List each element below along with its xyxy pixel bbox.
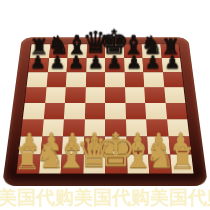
square-h1: ♜	[170, 155, 194, 174]
square-f5	[125, 87, 146, 103]
square-g1: ♞	[148, 155, 171, 174]
black-pawn-c7: ♟	[68, 55, 84, 72]
square-a4	[23, 103, 45, 119]
square-e2: ♟	[105, 137, 127, 155]
square-c3	[63, 119, 85, 136]
square-f6	[124, 72, 144, 87]
square-d6	[85, 72, 105, 87]
square-e1: ♚	[105, 155, 127, 174]
chess-board: ♜♞♝♛♚♝♞♜♟♟♟♟♟♟♟♟♟♟♟♟♟♟♟♟♜♞♝♛♚♝♞♜	[2, 37, 208, 186]
square-a8: ♜	[30, 44, 50, 58]
board-scene: ♜♞♝♛♚♝♞♜♟♟♟♟♟♟♟♟♟♟♟♟♟♟♟♟♜♞♝♛♚♝♞♜	[0, 0, 210, 210]
square-e4	[105, 103, 126, 119]
square-c5	[65, 87, 86, 103]
square-b2: ♟	[40, 137, 63, 155]
square-c2: ♟	[62, 137, 84, 155]
square-c1: ♝	[61, 155, 84, 174]
black-king-e8: ♚	[99, 26, 129, 58]
black-pawn-a7: ♟	[30, 55, 46, 72]
square-a5	[25, 87, 46, 103]
square-b6	[46, 72, 66, 87]
square-d3	[84, 119, 105, 136]
black-knight-b8: ♞	[47, 34, 69, 58]
square-e7: ♟	[105, 58, 124, 72]
black-pawn-h7: ♟	[164, 55, 180, 72]
black-pawn-g7: ♟	[145, 55, 161, 72]
square-a6	[27, 72, 48, 87]
black-pawn-b7: ♟	[49, 55, 65, 72]
square-g6	[143, 72, 163, 87]
square-e3	[105, 119, 126, 136]
square-d7: ♟	[86, 58, 105, 72]
square-h3	[167, 119, 190, 136]
square-h5	[164, 87, 185, 103]
square-b8: ♞	[49, 44, 69, 58]
square-a7: ♟	[28, 58, 48, 72]
chess-board-squares: ♜♞♝♛♚♝♞♜♟♟♟♟♟♟♟♟♟♟♟♟♟♟♟♟♜♞♝♛♚♝♞♜	[16, 44, 193, 173]
black-pawn-d7: ♟	[87, 55, 103, 72]
square-d8: ♛	[86, 44, 105, 58]
square-b1: ♞	[39, 155, 62, 174]
square-c8: ♝	[67, 44, 86, 58]
square-h4	[165, 103, 187, 119]
square-c6	[66, 72, 86, 87]
product-photo: ♜♞♝♛♚♝♞♜♟♟♟♟♟♟♟♟♟♟♟♟♟♟♟♟♜♞♝♛♚♝♞♜ 美国代购美国代…	[0, 0, 210, 210]
square-d5	[85, 87, 105, 103]
square-h7: ♟	[161, 58, 181, 72]
square-f7: ♟	[124, 58, 144, 72]
square-d1: ♛	[83, 155, 105, 174]
square-e8: ♚	[105, 44, 124, 58]
square-c7: ♟	[67, 58, 87, 72]
square-g7: ♟	[143, 58, 163, 72]
square-h8: ♜	[160, 44, 180, 58]
square-f8: ♝	[123, 44, 142, 58]
black-bishop-c8: ♝	[65, 33, 88, 58]
square-a1: ♜	[16, 155, 40, 174]
square-g5	[144, 87, 165, 103]
square-e6	[105, 72, 125, 87]
black-rook-h8: ♜	[161, 37, 180, 58]
square-b7: ♟	[47, 58, 67, 72]
square-f4	[125, 103, 146, 119]
square-f2: ♟	[126, 137, 148, 155]
square-g3	[146, 119, 168, 136]
square-b3	[42, 119, 64, 136]
black-pawn-e7: ♟	[107, 55, 123, 72]
black-pawn-f7: ♟	[126, 55, 142, 72]
square-d4	[84, 103, 105, 119]
square-c4	[64, 103, 85, 119]
watermark-text: 美国代购美国代购美国代购	[0, 185, 210, 210]
square-g8: ♞	[142, 44, 162, 58]
square-f3	[126, 119, 148, 136]
square-g2: ♟	[147, 137, 170, 155]
square-h6	[163, 72, 184, 87]
square-b5	[45, 87, 66, 103]
square-b4	[43, 103, 65, 119]
black-rook-a8: ♜	[30, 37, 49, 58]
square-h2: ♟	[168, 137, 191, 155]
square-f1: ♝	[127, 155, 150, 174]
square-a2: ♟	[19, 137, 42, 155]
square-d2: ♟	[83, 137, 105, 155]
square-g4	[145, 103, 167, 119]
square-e5	[105, 87, 125, 103]
square-a3	[21, 119, 44, 136]
